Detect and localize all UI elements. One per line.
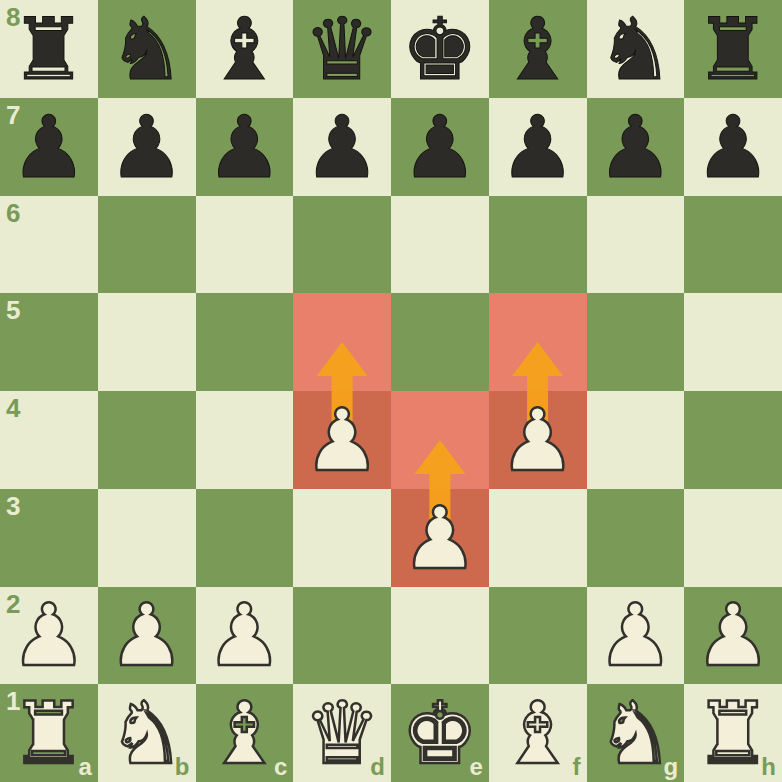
square-c8[interactable]: ♝ [196,0,294,98]
piece-white-queen[interactable]: ♛ [293,684,391,782]
piece-white-bishop[interactable]: ♝ [489,684,587,782]
piece-black-rook[interactable]: ♜ [684,0,782,98]
square-f8[interactable]: ♝ [489,0,587,98]
square-g2[interactable]: ♟ [587,587,685,685]
square-f6[interactable] [489,196,587,294]
piece-white-pawn[interactable]: ♟ [0,587,98,685]
square-h2[interactable]: ♟ [684,587,782,685]
square-b5[interactable] [98,293,196,391]
square-b3[interactable] [98,489,196,587]
square-a4[interactable]: 4 [0,391,98,489]
square-b4[interactable] [98,391,196,489]
square-g7[interactable]: ♟ [587,98,685,196]
piece-white-pawn[interactable]: ♟ [196,587,294,685]
board-squares: 8♜♞♝♛♚♝♞♜7♟♟♟♟♟♟♟♟654♟♟3♟2♟♟♟♟♟1a♜b♞c♝d♛… [0,0,782,782]
square-e1[interactable]: e♚ [391,684,489,782]
piece-white-knight[interactable]: ♞ [587,684,685,782]
piece-black-pawn[interactable]: ♟ [98,98,196,196]
square-f4[interactable]: ♟ [489,391,587,489]
piece-white-rook[interactable]: ♜ [0,684,98,782]
piece-white-pawn[interactable]: ♟ [98,587,196,685]
piece-white-pawn[interactable]: ♟ [587,587,685,685]
square-c1[interactable]: c♝ [196,684,294,782]
piece-white-knight[interactable]: ♞ [98,684,196,782]
square-f2[interactable] [489,587,587,685]
square-d8[interactable]: ♛ [293,0,391,98]
square-e2[interactable] [391,587,489,685]
piece-white-king[interactable]: ♚ [391,684,489,782]
square-h8[interactable]: ♜ [684,0,782,98]
square-g4[interactable] [587,391,685,489]
square-a6[interactable]: 6 [0,196,98,294]
piece-black-pawn[interactable]: ♟ [587,98,685,196]
square-d7[interactable]: ♟ [293,98,391,196]
square-e3[interactable]: ♟ [391,489,489,587]
square-h3[interactable] [684,489,782,587]
piece-white-pawn[interactable]: ♟ [293,391,391,489]
square-g6[interactable] [587,196,685,294]
square-c6[interactable] [196,196,294,294]
square-e5[interactable] [391,293,489,391]
square-g3[interactable] [587,489,685,587]
piece-black-knight[interactable]: ♞ [587,0,685,98]
piece-black-rook[interactable]: ♜ [0,0,98,98]
square-h6[interactable] [684,196,782,294]
square-e4[interactable] [391,391,489,489]
square-h1[interactable]: h♜ [684,684,782,782]
rank-label-4: 4 [6,393,20,424]
square-e6[interactable] [391,196,489,294]
rank-label-3: 3 [6,491,20,522]
piece-white-rook[interactable]: ♜ [684,684,782,782]
square-b1[interactable]: b♞ [98,684,196,782]
square-c7[interactable]: ♟ [196,98,294,196]
piece-white-bishop[interactable]: ♝ [196,684,294,782]
square-d2[interactable] [293,587,391,685]
piece-black-bishop[interactable]: ♝ [489,0,587,98]
square-g8[interactable]: ♞ [587,0,685,98]
square-c4[interactable] [196,391,294,489]
piece-black-bishop[interactable]: ♝ [196,0,294,98]
square-h5[interactable] [684,293,782,391]
square-h7[interactable]: ♟ [684,98,782,196]
square-d5[interactable] [293,293,391,391]
square-d1[interactable]: d♛ [293,684,391,782]
piece-black-pawn[interactable]: ♟ [0,98,98,196]
square-f3[interactable] [489,489,587,587]
square-b8[interactable]: ♞ [98,0,196,98]
square-b7[interactable]: ♟ [98,98,196,196]
square-g5[interactable] [587,293,685,391]
piece-white-pawn[interactable]: ♟ [684,587,782,685]
square-g1[interactable]: g♞ [587,684,685,782]
square-f5[interactable] [489,293,587,391]
square-f1[interactable]: f♝ [489,684,587,782]
square-c3[interactable] [196,489,294,587]
square-a2[interactable]: 2♟ [0,587,98,685]
piece-black-pawn[interactable]: ♟ [293,98,391,196]
piece-black-king[interactable]: ♚ [391,0,489,98]
square-a3[interactable]: 3 [0,489,98,587]
piece-black-queen[interactable]: ♛ [293,0,391,98]
rank-label-5: 5 [6,295,20,326]
piece-black-pawn[interactable]: ♟ [489,98,587,196]
square-d4[interactable]: ♟ [293,391,391,489]
square-a8[interactable]: 8♜ [0,0,98,98]
square-a1[interactable]: 1a♜ [0,684,98,782]
piece-black-knight[interactable]: ♞ [98,0,196,98]
piece-white-pawn[interactable]: ♟ [391,489,489,587]
square-b2[interactable]: ♟ [98,587,196,685]
rank-label-6: 6 [6,198,20,229]
piece-black-pawn[interactable]: ♟ [196,98,294,196]
square-c5[interactable] [196,293,294,391]
square-a7[interactable]: 7♟ [0,98,98,196]
square-d6[interactable] [293,196,391,294]
square-f7[interactable]: ♟ [489,98,587,196]
square-e8[interactable]: ♚ [391,0,489,98]
piece-black-pawn[interactable]: ♟ [684,98,782,196]
square-d3[interactable] [293,489,391,587]
square-e7[interactable]: ♟ [391,98,489,196]
chess-board: 8♜♞♝♛♚♝♞♜7♟♟♟♟♟♟♟♟654♟♟3♟2♟♟♟♟♟1a♜b♞c♝d♛… [0,0,782,782]
square-a5[interactable]: 5 [0,293,98,391]
square-h4[interactable] [684,391,782,489]
piece-black-pawn[interactable]: ♟ [391,98,489,196]
square-c2[interactable]: ♟ [196,587,294,685]
square-b6[interactable] [98,196,196,294]
piece-white-pawn[interactable]: ♟ [489,391,587,489]
